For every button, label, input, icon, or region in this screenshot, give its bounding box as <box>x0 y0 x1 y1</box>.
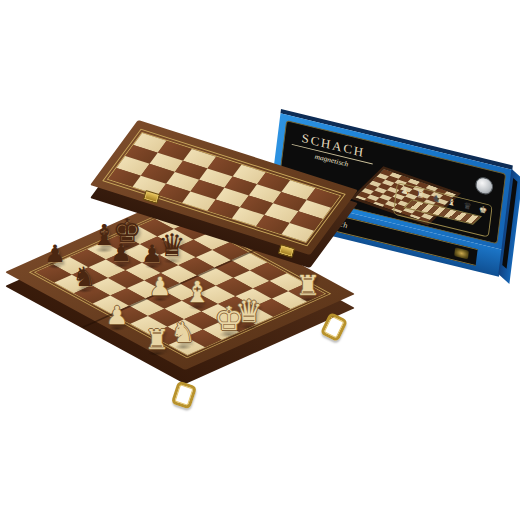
chess-piece-black-pawn: ♟ <box>141 242 163 266</box>
pawn-glyph-icon: ♟ <box>149 274 171 299</box>
chess-piece-white-knight: ♞ <box>170 319 195 347</box>
pawn-glyph-icon: ♟ <box>106 303 128 328</box>
knight-glyph-icon: ♞ <box>170 319 195 347</box>
bishop-glyph-icon: ♝ <box>184 278 210 307</box>
product-photo-scene: SCHACH magnetisch ♟♜♞♝♛♚ netisch <box>0 0 520 520</box>
pawn-glyph-icon: ♟ <box>44 242 66 266</box>
pieces-layer: ♚♝♛♟♟♟♞♟♜♝♛♟♚♞♜ <box>0 0 520 520</box>
chess-piece-white-rook: ♜ <box>145 326 169 353</box>
chess-piece-white-rook: ♜ <box>296 272 320 299</box>
pawn-glyph-icon: ♟ <box>110 241 132 265</box>
chess-piece-black-knight: ♞ <box>72 263 96 290</box>
chess-piece-white-pawn: ♟ <box>149 274 171 299</box>
chess-piece-white-bishop: ♝ <box>184 278 210 307</box>
king-glyph-icon: ♚ <box>214 302 244 335</box>
chess-piece-white-king: ♚ <box>214 302 244 335</box>
pawn-glyph-icon: ♟ <box>141 242 163 266</box>
chess-piece-black-pawn: ♟ <box>44 242 66 266</box>
chess-piece-white-pawn: ♟ <box>106 303 128 328</box>
rook-glyph-icon: ♜ <box>145 326 169 353</box>
knight-glyph-icon: ♞ <box>72 263 96 290</box>
rook-glyph-icon: ♜ <box>296 272 320 299</box>
chess-piece-black-pawn: ♟ <box>110 241 132 265</box>
